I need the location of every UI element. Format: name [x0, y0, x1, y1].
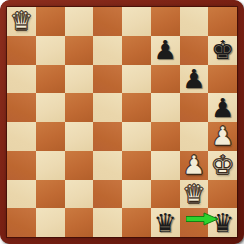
square-g6: ♟: [180, 65, 209, 94]
square-h2: [208, 180, 237, 209]
piece-white-queen-a8: ♛: [10, 7, 33, 35]
square-h8: [208, 7, 237, 36]
square-g1: [180, 208, 209, 237]
square-h5: ♟: [208, 93, 237, 122]
square-d1: [93, 208, 122, 237]
square-b8: [36, 7, 65, 36]
square-g5: [180, 93, 209, 122]
piece-black-king-h7: ♚: [211, 36, 234, 64]
square-a1: [7, 208, 36, 237]
square-f6: [151, 65, 180, 94]
piece-white-pawn-h4: ♟: [211, 122, 234, 150]
square-h3: ♚: [208, 151, 237, 180]
square-b2: [36, 180, 65, 209]
square-a4: [7, 122, 36, 151]
square-a5: [7, 93, 36, 122]
square-e7: [122, 36, 151, 65]
square-c4: [65, 122, 94, 151]
square-f7: ♟: [151, 36, 180, 65]
square-h4: ♟: [208, 122, 237, 151]
piece-white-pawn-g3: ♟: [182, 151, 205, 179]
piece-white-queen-g2: ♛: [182, 180, 205, 208]
square-a3: [7, 151, 36, 180]
square-f5: [151, 93, 180, 122]
square-b7: [36, 36, 65, 65]
piece-black-pawn-h5: ♟: [211, 94, 234, 122]
square-b5: [36, 93, 65, 122]
square-f3: [151, 151, 180, 180]
square-d4: [93, 122, 122, 151]
square-c6: [65, 65, 94, 94]
piece-black-queen-h1: ♛: [211, 209, 234, 237]
square-d3: [93, 151, 122, 180]
square-d6: [93, 65, 122, 94]
square-d8: [93, 7, 122, 36]
square-g2: ♛: [180, 180, 209, 209]
square-f4: [151, 122, 180, 151]
square-b1: [36, 208, 65, 237]
square-c1: [65, 208, 94, 237]
square-a2: [7, 180, 36, 209]
square-d2: [93, 180, 122, 209]
square-e2: [122, 180, 151, 209]
square-c8: [65, 7, 94, 36]
piece-black-queen-f1: ♛: [153, 209, 176, 237]
chess-board-photo: ♛♟♚♟♟♟♟♚♛♛♛: [0, 0, 244, 244]
square-h1: ♛: [208, 208, 237, 237]
square-e1: [122, 208, 151, 237]
piece-white-king-h3: ♚: [211, 151, 234, 179]
square-e8: [122, 7, 151, 36]
square-g3: ♟: [180, 151, 209, 180]
square-c2: [65, 180, 94, 209]
square-g7: [180, 36, 209, 65]
square-f8: [151, 7, 180, 36]
piece-black-pawn-g6: ♟: [182, 65, 205, 93]
chess-board: ♛♟♚♟♟♟♟♚♛♛♛: [7, 7, 237, 237]
square-c3: [65, 151, 94, 180]
square-d5: [93, 93, 122, 122]
square-g8: [180, 7, 209, 36]
square-b6: [36, 65, 65, 94]
square-g4: [180, 122, 209, 151]
square-e6: [122, 65, 151, 94]
square-b4: [36, 122, 65, 151]
square-a7: [7, 36, 36, 65]
square-b3: [36, 151, 65, 180]
square-e5: [122, 93, 151, 122]
square-e4: [122, 122, 151, 151]
square-f1: ♛: [151, 208, 180, 237]
square-e3: [122, 151, 151, 180]
square-d7: [93, 36, 122, 65]
square-f2: [151, 180, 180, 209]
piece-black-pawn-f7: ♟: [153, 36, 176, 64]
square-c7: [65, 36, 94, 65]
square-h7: ♚: [208, 36, 237, 65]
square-h6: [208, 65, 237, 94]
square-a6: [7, 65, 36, 94]
square-a8: ♛: [7, 7, 36, 36]
square-c5: [65, 93, 94, 122]
